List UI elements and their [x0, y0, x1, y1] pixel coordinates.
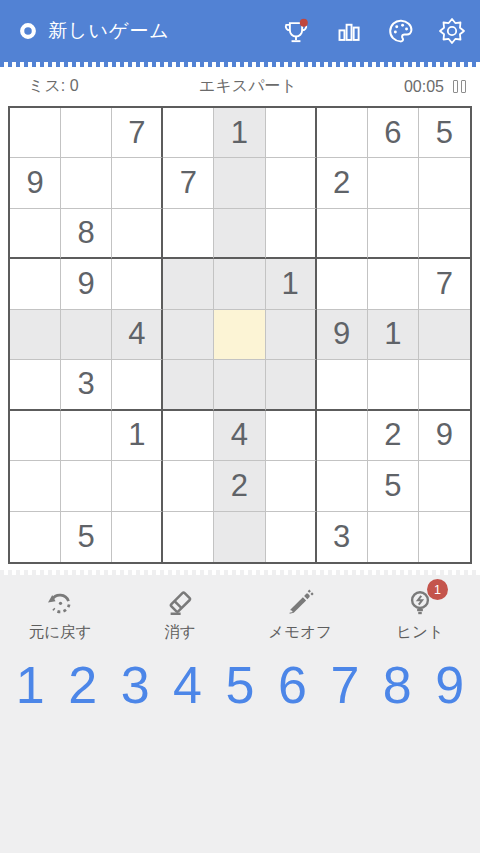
numpad-key-9[interactable]: 9 — [424, 657, 476, 714]
cell-r8c8[interactable]: 5 — [368, 461, 419, 511]
cell-r2c3[interactable] — [112, 158, 163, 208]
cell-r5c9[interactable] — [419, 310, 470, 360]
cell-r9c5[interactable] — [214, 512, 265, 562]
cell-r6c7[interactable] — [317, 360, 368, 410]
cell-r9c4[interactable] — [163, 512, 214, 562]
cell-r1c7[interactable] — [317, 108, 368, 158]
new-game-label: 新しいゲーム — [48, 18, 170, 44]
cell-r4c6[interactable]: 1 — [266, 259, 317, 309]
erase-label: 消す — [164, 622, 195, 643]
numpad-key-2[interactable]: 2 — [56, 657, 108, 714]
cell-r4c2[interactable]: 9 — [61, 259, 112, 309]
memo-label: メモオフ — [268, 622, 331, 643]
app-header: 新しいゲーム — [0, 0, 480, 62]
toolbar: 元に戻す 消す — [0, 575, 480, 643]
cell-r8c5[interactable]: 2 — [214, 461, 265, 511]
pause-button[interactable] — [451, 78, 468, 95]
cell-r6c6[interactable] — [266, 360, 317, 410]
cell-r6c4[interactable] — [163, 360, 214, 410]
numpad-key-7[interactable]: 7 — [319, 657, 371, 714]
cell-r7c1[interactable] — [10, 411, 61, 461]
numpad-key-1[interactable]: 1 — [4, 657, 56, 714]
erase-button[interactable]: 消す — [120, 587, 240, 643]
memo-button[interactable]: メモオフ — [240, 587, 360, 643]
control-panel: 元に戻す 消す — [0, 575, 480, 853]
cell-r8c6[interactable] — [266, 461, 317, 511]
cell-r3c9[interactable] — [419, 209, 470, 259]
hint-label: ヒント — [396, 622, 444, 643]
cell-r5c2[interactable] — [61, 310, 112, 360]
cell-r5c4[interactable] — [163, 310, 214, 360]
undo-label: 元に戻す — [29, 622, 92, 643]
cell-r7c7[interactable] — [317, 411, 368, 461]
cell-r2c9[interactable] — [419, 158, 470, 208]
cell-r5c3[interactable]: 4 — [112, 310, 163, 360]
palette-icon — [386, 17, 414, 45]
difficulty-label: エキスパート — [199, 76, 297, 97]
trophy-icon — [281, 18, 311, 45]
cell-r3c8[interactable] — [368, 209, 419, 259]
cell-r4c8[interactable] — [368, 259, 419, 309]
cell-r9c1[interactable] — [10, 512, 61, 562]
cell-r1c2[interactable] — [61, 108, 112, 158]
cell-r1c8[interactable]: 6 — [368, 108, 419, 158]
mistakes-counter: ミス: 0 — [28, 76, 79, 97]
cell-r6c8[interactable] — [368, 360, 419, 410]
cell-r5c6[interactable] — [266, 310, 317, 360]
cell-r6c3[interactable] — [112, 360, 163, 410]
hint-button[interactable]: 1 ヒント — [360, 587, 480, 643]
cell-r1c9[interactable]: 5 — [419, 108, 470, 158]
cell-r4c5[interactable] — [214, 259, 265, 309]
cell-r1c4[interactable] — [163, 108, 214, 158]
cell-r7c5[interactable]: 4 — [214, 411, 265, 461]
cell-r6c1[interactable] — [10, 360, 61, 410]
cell-r5c7[interactable]: 9 — [317, 310, 368, 360]
cell-r8c9[interactable] — [419, 461, 470, 511]
lightbulb-icon: 1 — [404, 587, 436, 619]
header-icon-group — [282, 17, 466, 45]
cell-r3c1[interactable] — [10, 209, 61, 259]
numpad: 123456789 — [0, 657, 480, 714]
sudoku-board: 71659728917491314292553 — [8, 106, 472, 564]
cell-r3c6[interactable] — [266, 209, 317, 259]
cell-r8c2[interactable] — [61, 461, 112, 511]
cell-r7c8[interactable]: 2 — [368, 411, 419, 461]
pencil-icon — [284, 587, 316, 619]
cell-r2c6[interactable] — [266, 158, 317, 208]
undo-icon — [44, 587, 76, 619]
numpad-key-8[interactable]: 8 — [371, 657, 423, 714]
new-game-ring-icon — [18, 21, 38, 41]
cell-r4c3[interactable] — [112, 259, 163, 309]
new-game-button[interactable]: 新しいゲーム — [18, 18, 170, 44]
cell-r1c3[interactable]: 7 — [112, 108, 163, 158]
cell-r9c3[interactable] — [112, 512, 163, 562]
numpad-key-3[interactable]: 3 — [109, 657, 161, 714]
cell-r1c6[interactable] — [266, 108, 317, 158]
bar-chart-icon — [335, 18, 362, 45]
cell-r9c9[interactable] — [419, 512, 470, 562]
undo-button[interactable]: 元に戻す — [0, 587, 120, 643]
cell-r5c1[interactable] — [10, 310, 61, 360]
cell-r2c1[interactable]: 9 — [10, 158, 61, 208]
cell-r3c2[interactable]: 8 — [61, 209, 112, 259]
cell-r2c8[interactable] — [368, 158, 419, 208]
cell-r3c5[interactable] — [214, 209, 265, 259]
cell-r2c5[interactable] — [214, 158, 265, 208]
achievements-button[interactable] — [282, 17, 310, 45]
cell-r5c5[interactable] — [214, 310, 265, 360]
numpad-key-4[interactable]: 4 — [161, 657, 213, 714]
cell-r7c3[interactable]: 1 — [112, 411, 163, 461]
cell-r5c8[interactable]: 1 — [368, 310, 419, 360]
cell-r8c4[interactable] — [163, 461, 214, 511]
eraser-icon — [164, 587, 196, 619]
cell-r6c9[interactable] — [419, 360, 470, 410]
numpad-key-6[interactable]: 6 — [266, 657, 318, 714]
cell-r9c2[interactable]: 5 — [61, 512, 112, 562]
board-area: 71659728917491314292553 — [0, 106, 480, 564]
numpad-key-5[interactable]: 5 — [214, 657, 266, 714]
cell-r6c2[interactable]: 3 — [61, 360, 112, 410]
status-bar: ミス: 0 エキスパート 00:05 — [0, 67, 480, 106]
cell-r7c6[interactable] — [266, 411, 317, 461]
cell-r9c6[interactable] — [266, 512, 317, 562]
statistics-button[interactable] — [334, 17, 362, 45]
cell-r4c9[interactable]: 7 — [419, 259, 470, 309]
cell-r3c4[interactable] — [163, 209, 214, 259]
timer: 00:05 — [404, 78, 444, 96]
cell-r7c4[interactable] — [163, 411, 214, 461]
cell-r1c5[interactable]: 1 — [214, 108, 265, 158]
cell-r8c1[interactable] — [10, 461, 61, 511]
cell-r2c2[interactable] — [61, 158, 112, 208]
cell-r8c7[interactable] — [317, 461, 368, 511]
cell-r4c7[interactable] — [317, 259, 368, 309]
cell-r8c3[interactable] — [112, 461, 163, 511]
cell-r9c7[interactable]: 3 — [317, 512, 368, 562]
cell-r3c3[interactable] — [112, 209, 163, 259]
hint-badge: 1 — [427, 579, 448, 600]
cell-r1c1[interactable] — [10, 108, 61, 158]
cell-r6c5[interactable] — [214, 360, 265, 410]
sudoku-app: 新しいゲーム — [0, 0, 480, 853]
cell-r2c4[interactable]: 7 — [163, 158, 214, 208]
theme-button[interactable] — [386, 17, 414, 45]
cell-r4c1[interactable] — [10, 259, 61, 309]
cell-r4c4[interactable] — [163, 259, 214, 309]
settings-button[interactable] — [438, 17, 466, 45]
cell-r9c8[interactable] — [368, 512, 419, 562]
cell-r7c2[interactable] — [61, 411, 112, 461]
cell-r3c7[interactable] — [317, 209, 368, 259]
cell-r7c9[interactable]: 9 — [419, 411, 470, 461]
cell-r2c7[interactable]: 2 — [317, 158, 368, 208]
gear-icon — [438, 17, 466, 45]
